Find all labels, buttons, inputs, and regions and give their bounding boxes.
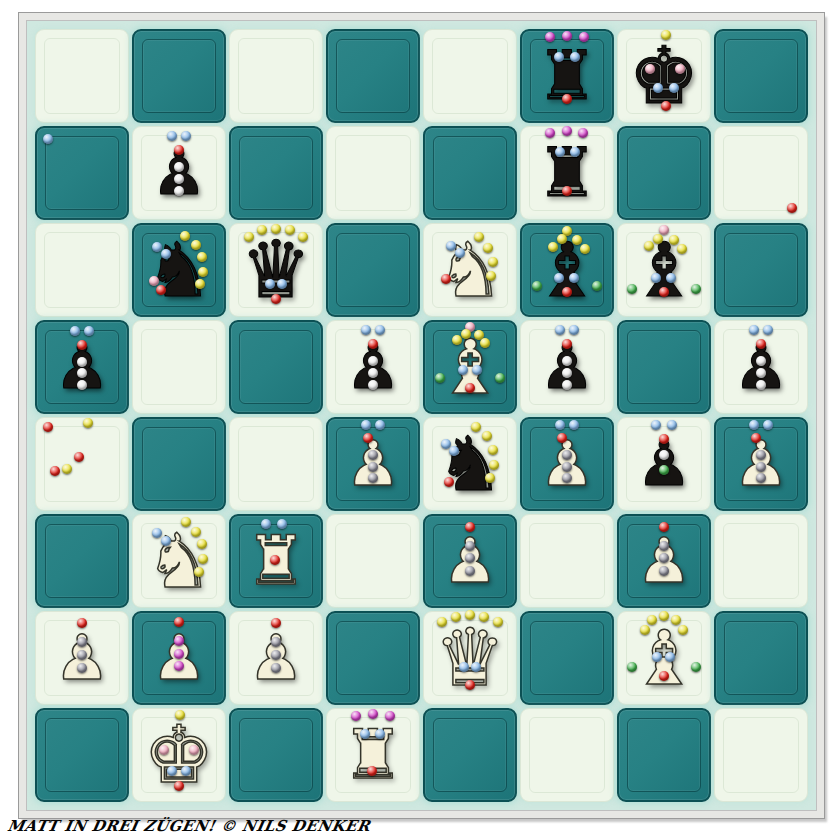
black-pawn[interactable]: ♟ bbox=[733, 336, 789, 398]
square-h3[interactable] bbox=[714, 514, 808, 608]
square-a3[interactable] bbox=[35, 514, 129, 608]
white-rook[interactable]: ♜ bbox=[246, 527, 307, 595]
board-frame: ♜♚♟♜♞♛♞♝♝♟♟♝♟♟♟♞♟♟♟♞♜♟♟♟♟♟♛♝♚♜ bbox=[19, 13, 824, 818]
white-rook[interactable]: ♜ bbox=[343, 721, 404, 789]
square-g2[interactable]: ♝ bbox=[617, 611, 711, 705]
square-c1[interactable] bbox=[229, 708, 323, 802]
square-a6[interactable] bbox=[35, 223, 129, 317]
square-a8[interactable] bbox=[35, 29, 129, 123]
square-a7[interactable] bbox=[35, 126, 129, 220]
square-b5[interactable] bbox=[132, 320, 226, 414]
square-g7[interactable] bbox=[617, 126, 711, 220]
square-f2[interactable] bbox=[520, 611, 614, 705]
white-pawn[interactable]: ♟ bbox=[151, 627, 207, 689]
white-pawn[interactable]: ♟ bbox=[345, 433, 401, 495]
square-e2[interactable]: ♛ bbox=[423, 611, 517, 705]
black-bishop[interactable]: ♝ bbox=[533, 233, 600, 308]
square-b4[interactable] bbox=[132, 417, 226, 511]
square-g8[interactable]: ♚ bbox=[617, 29, 711, 123]
square-h7[interactable] bbox=[714, 126, 808, 220]
square-e7[interactable] bbox=[423, 126, 517, 220]
square-a5[interactable]: ♟ bbox=[35, 320, 129, 414]
square-g1[interactable] bbox=[617, 708, 711, 802]
pin-dot bbox=[787, 203, 797, 213]
square-e3[interactable]: ♟ bbox=[423, 514, 517, 608]
square-b7[interactable]: ♟ bbox=[132, 126, 226, 220]
white-pawn[interactable]: ♟ bbox=[248, 627, 304, 689]
square-h6[interactable] bbox=[714, 223, 808, 317]
black-rook[interactable]: ♜ bbox=[537, 42, 598, 110]
square-g4[interactable]: ♟ bbox=[617, 417, 711, 511]
square-f1[interactable] bbox=[520, 708, 614, 802]
pin-dot bbox=[50, 466, 60, 476]
square-d8[interactable] bbox=[326, 29, 420, 123]
square-d5[interactable]: ♟ bbox=[326, 320, 420, 414]
square-h8[interactable] bbox=[714, 29, 808, 123]
square-d3[interactable] bbox=[326, 514, 420, 608]
square-b3[interactable]: ♞ bbox=[132, 514, 226, 608]
square-f3[interactable] bbox=[520, 514, 614, 608]
square-g3[interactable]: ♟ bbox=[617, 514, 711, 608]
square-c5[interactable] bbox=[229, 320, 323, 414]
caption: MATT IN DREI ZÜGEN! © NILS DENKER bbox=[6, 817, 372, 835]
chess-board: ♜♚♟♜♞♛♞♝♝♟♟♝♟♟♟♞♟♟♟♞♜♟♟♟♟♟♛♝♚♜ bbox=[35, 29, 808, 802]
square-c7[interactable] bbox=[229, 126, 323, 220]
square-h1[interactable] bbox=[714, 708, 808, 802]
white-knight[interactable]: ♞ bbox=[436, 233, 503, 308]
pin-dot bbox=[43, 422, 53, 432]
square-d6[interactable] bbox=[326, 223, 420, 317]
square-h4[interactable]: ♟ bbox=[714, 417, 808, 511]
black-queen[interactable]: ♛ bbox=[241, 231, 312, 310]
square-g6[interactable]: ♝ bbox=[617, 223, 711, 317]
square-f6[interactable]: ♝ bbox=[520, 223, 614, 317]
square-f5[interactable]: ♟ bbox=[520, 320, 614, 414]
square-c4[interactable] bbox=[229, 417, 323, 511]
pin-dot bbox=[83, 418, 93, 428]
black-pawn[interactable]: ♟ bbox=[636, 433, 692, 495]
square-d1[interactable]: ♜ bbox=[326, 708, 420, 802]
square-b6[interactable]: ♞ bbox=[132, 223, 226, 317]
black-pawn[interactable]: ♟ bbox=[54, 336, 110, 398]
pin-dot bbox=[74, 452, 84, 462]
square-c3[interactable]: ♜ bbox=[229, 514, 323, 608]
pin-dot bbox=[62, 464, 72, 474]
black-rook[interactable]: ♜ bbox=[537, 139, 598, 207]
black-pawn[interactable]: ♟ bbox=[345, 336, 401, 398]
black-bishop[interactable]: ♝ bbox=[630, 233, 697, 308]
white-pawn[interactable]: ♟ bbox=[54, 627, 110, 689]
square-g5[interactable] bbox=[617, 320, 711, 414]
white-pawn[interactable]: ♟ bbox=[733, 433, 789, 495]
square-f4[interactable]: ♟ bbox=[520, 417, 614, 511]
black-knight[interactable]: ♞ bbox=[436, 427, 503, 502]
white-knight[interactable]: ♞ bbox=[145, 524, 212, 599]
square-c8[interactable] bbox=[229, 29, 323, 123]
square-a1[interactable] bbox=[35, 708, 129, 802]
square-b2[interactable]: ♟ bbox=[132, 611, 226, 705]
square-b8[interactable] bbox=[132, 29, 226, 123]
square-e6[interactable]: ♞ bbox=[423, 223, 517, 317]
square-h2[interactable] bbox=[714, 611, 808, 705]
square-b1[interactable]: ♚ bbox=[132, 708, 226, 802]
square-d4[interactable]: ♟ bbox=[326, 417, 420, 511]
square-e5[interactable]: ♝ bbox=[423, 320, 517, 414]
square-d2[interactable] bbox=[326, 611, 420, 705]
square-e4[interactable]: ♞ bbox=[423, 417, 517, 511]
square-c2[interactable]: ♟ bbox=[229, 611, 323, 705]
pin-dot bbox=[43, 134, 53, 144]
square-e1[interactable] bbox=[423, 708, 517, 802]
black-pawn[interactable]: ♟ bbox=[151, 142, 207, 204]
black-king[interactable]: ♚ bbox=[629, 37, 700, 116]
white-pawn[interactable]: ♟ bbox=[636, 530, 692, 592]
black-pawn[interactable]: ♟ bbox=[539, 336, 595, 398]
white-bishop[interactable]: ♝ bbox=[630, 621, 697, 696]
square-c6[interactable]: ♛ bbox=[229, 223, 323, 317]
square-h5[interactable]: ♟ bbox=[714, 320, 808, 414]
white-bishop[interactable]: ♝ bbox=[436, 330, 503, 405]
square-d7[interactable] bbox=[326, 126, 420, 220]
white-pawn[interactable]: ♟ bbox=[442, 530, 498, 592]
square-f7[interactable]: ♜ bbox=[520, 126, 614, 220]
white-pawn[interactable]: ♟ bbox=[539, 433, 595, 495]
black-knight[interactable]: ♞ bbox=[145, 233, 212, 308]
square-e8[interactable] bbox=[423, 29, 517, 123]
square-f8[interactable]: ♜ bbox=[520, 29, 614, 123]
square-a2[interactable]: ♟ bbox=[35, 611, 129, 705]
white-king[interactable]: ♚ bbox=[144, 716, 215, 795]
square-a4[interactable] bbox=[35, 417, 129, 511]
white-queen[interactable]: ♛ bbox=[435, 619, 506, 698]
